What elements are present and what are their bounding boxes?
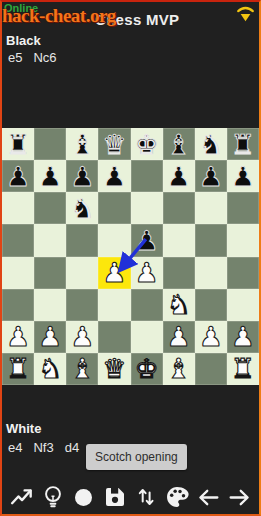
square-f2[interactable]: ♟ — [163, 321, 195, 353]
square-c3[interactable] — [66, 289, 98, 321]
square-g6[interactable] — [195, 192, 227, 224]
black-pawn-d7: ♟ — [98, 160, 130, 192]
white-pawn-e4: ♟ — [131, 257, 163, 289]
square-c7[interactable]: ♟ — [66, 160, 98, 192]
square-b3[interactable] — [34, 289, 66, 321]
square-b7[interactable]: ♟ — [34, 160, 66, 192]
square-g5[interactable] — [195, 224, 227, 256]
black-knight-c6: ♞ — [66, 192, 98, 224]
square-d8[interactable]: ♛ — [98, 128, 130, 160]
white-pawn-f2: ♟ — [163, 321, 195, 353]
black-pawn-c7: ♟ — [66, 160, 98, 192]
square-c5[interactable] — [66, 224, 98, 256]
wifi-icon — [236, 5, 255, 23]
white-pawn-a2: ♟ — [2, 321, 34, 353]
square-f6[interactable] — [163, 192, 195, 224]
square-h6[interactable] — [227, 192, 259, 224]
square-d6[interactable] — [98, 192, 130, 224]
black-pawn-b7: ♟ — [34, 160, 66, 192]
square-e2[interactable] — [131, 321, 163, 353]
white-pawn-c2: ♟ — [66, 321, 98, 353]
white-queen-d1: ♛ — [98, 353, 130, 385]
square-g3[interactable] — [195, 289, 227, 321]
square-a7[interactable]: ♟ — [2, 160, 34, 192]
analysis-chart-icon[interactable] — [8, 484, 35, 511]
square-d7[interactable]: ♟ — [98, 160, 130, 192]
square-f3[interactable]: ♞ — [163, 289, 195, 321]
square-c4[interactable] — [66, 257, 98, 289]
square-c8[interactable]: ♝ — [66, 128, 98, 160]
previous-move-icon[interactable] — [195, 484, 222, 511]
square-h5[interactable] — [227, 224, 259, 256]
square-f4[interactable] — [163, 257, 195, 289]
next-move-icon[interactable] — [226, 484, 253, 511]
square-h7[interactable]: ♟ — [227, 160, 259, 192]
white-pawn-b2: ♟ — [34, 321, 66, 353]
square-a6[interactable] — [2, 192, 34, 224]
bottom-toolbar — [2, 482, 259, 512]
black-rook-a8: ♜ — [2, 128, 34, 160]
square-c1[interactable]: ♝ — [66, 353, 98, 385]
square-h1[interactable]: ♜ — [227, 353, 259, 385]
square-e6[interactable] — [131, 192, 163, 224]
square-f7[interactable]: ♟ — [163, 160, 195, 192]
square-d2[interactable] — [98, 321, 130, 353]
square-g2[interactable]: ♟ — [195, 321, 227, 353]
square-b2[interactable]: ♟ — [34, 321, 66, 353]
white-bishop-c1: ♝ — [66, 353, 98, 385]
square-f1[interactable]: ♝ — [163, 353, 195, 385]
move: e5 — [8, 50, 22, 65]
square-e3[interactable] — [131, 289, 163, 321]
move: e4 — [8, 440, 22, 455]
black-bishop-c8: ♝ — [66, 128, 98, 160]
square-b8[interactable] — [34, 128, 66, 160]
white-pawn-g2: ♟ — [195, 321, 227, 353]
black-pawn-f7: ♟ — [163, 160, 195, 192]
square-d5[interactable] — [98, 224, 130, 256]
white-rook-h1: ♜ — [227, 353, 259, 385]
white-move-list: e4Nf3d4 — [8, 440, 79, 455]
square-g1[interactable] — [195, 353, 227, 385]
square-b1[interactable]: ♞ — [34, 353, 66, 385]
square-c6[interactable]: ♞ — [66, 192, 98, 224]
square-d4[interactable]: ♟ — [98, 257, 130, 289]
square-e7[interactable] — [131, 160, 163, 192]
square-h8[interactable]: ♜ — [227, 128, 259, 160]
black-bishop-f8: ♝ — [163, 128, 195, 160]
square-a4[interactable] — [2, 257, 34, 289]
square-e8[interactable]: ♚ — [131, 128, 163, 160]
square-c2[interactable]: ♟ — [66, 321, 98, 353]
square-a2[interactable]: ♟ — [2, 321, 34, 353]
move: Nf3 — [33, 440, 53, 455]
white-bishop-f1: ♝ — [163, 353, 195, 385]
square-h4[interactable] — [227, 257, 259, 289]
black-queen-d8: ♛ — [98, 128, 130, 160]
square-a5[interactable] — [2, 224, 34, 256]
square-h2[interactable]: ♟ — [227, 321, 259, 353]
flip-board-icon[interactable] — [133, 484, 160, 511]
black-king-e8: ♚ — [131, 128, 163, 160]
white-knight-b1: ♞ — [34, 353, 66, 385]
square-g8[interactable]: ♞ — [195, 128, 227, 160]
square-e4[interactable]: ♟ — [131, 257, 163, 289]
white-king-e1: ♚ — [131, 353, 163, 385]
square-d3[interactable] — [98, 289, 130, 321]
black-player-label: Black — [6, 33, 41, 48]
opening-name-button[interactable]: Scotch opening — [86, 444, 187, 470]
black-move-list: e5Nc6 — [8, 50, 57, 65]
hint-bulb-icon[interactable] — [39, 484, 66, 511]
white-rook-a1: ♜ — [2, 353, 34, 385]
square-a8[interactable]: ♜ — [2, 128, 34, 160]
square-b4[interactable] — [34, 257, 66, 289]
square-b6[interactable] — [34, 192, 66, 224]
white-pawn-h2: ♟ — [227, 321, 259, 353]
move: Nc6 — [33, 50, 56, 65]
chess-app-screen: Online hack-cheat.org Chess MVP Black e5… — [0, 0, 261, 516]
white-player-label: White — [6, 421, 41, 436]
square-b5[interactable] — [34, 224, 66, 256]
chess-board[interactable]: ♜♝♛♚♝♞♜♟♟♟♟♟♟♟♞♟♟♟♞♟♟♟♟♟♟♜♞♝♛♚♝♜ — [2, 128, 259, 385]
record-dot-icon[interactable] — [70, 484, 97, 511]
black-pawn-a7: ♟ — [2, 160, 34, 192]
square-a3[interactable] — [2, 289, 34, 321]
square-g4[interactable] — [195, 257, 227, 289]
square-f5[interactable] — [163, 224, 195, 256]
square-e1[interactable]: ♚ — [131, 353, 163, 385]
square-h3[interactable] — [227, 289, 259, 321]
black-knight-g8: ♞ — [195, 128, 227, 160]
save-icon[interactable] — [101, 484, 128, 511]
black-pawn-g7: ♟ — [195, 160, 227, 192]
black-pawn-e5: ♟ — [131, 224, 163, 256]
square-g7[interactable]: ♟ — [195, 160, 227, 192]
square-d1[interactable]: ♛ — [98, 353, 130, 385]
theme-palette-icon[interactable] — [164, 484, 191, 511]
square-e5[interactable]: ♟ — [131, 224, 163, 256]
watermark-text: hack-cheat.org — [2, 5, 116, 27]
white-knight-f3: ♞ — [163, 289, 195, 321]
square-f8[interactable]: ♝ — [163, 128, 195, 160]
move: d4 — [65, 440, 79, 455]
black-pawn-h7: ♟ — [227, 160, 259, 192]
black-rook-h8: ♜ — [227, 128, 259, 160]
white-pawn-d4: ♟ — [98, 257, 130, 289]
square-a1[interactable]: ♜ — [2, 353, 34, 385]
